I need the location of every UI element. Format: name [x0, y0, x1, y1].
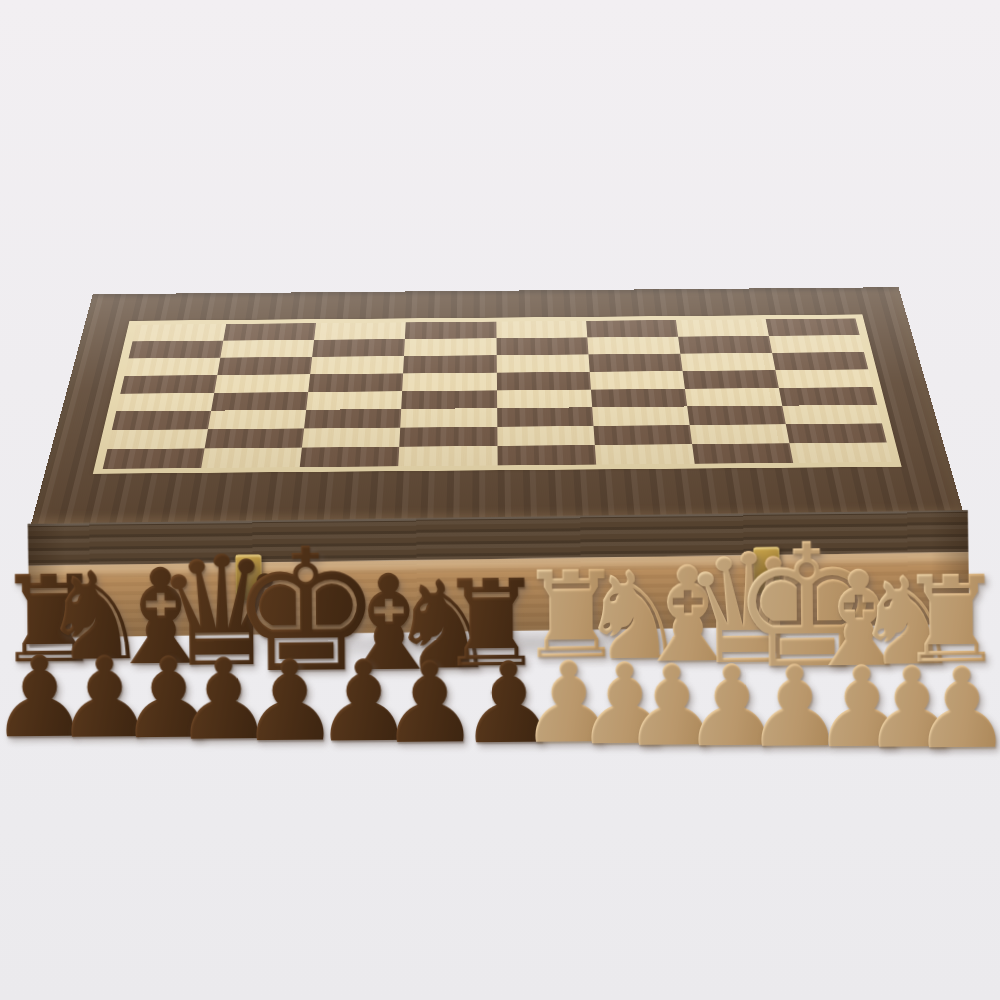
scene: ♜♞♝♛♚♝♞♜♜♞♝♛♚♝♞♜♟♟♟♟♟♟♟♟♟♟♟♟♟♟♟♟: [0, 0, 1000, 1000]
pieces-layer: ♜♞♝♛♚♝♞♜♜♞♝♛♚♝♞♜♟♟♟♟♟♟♟♟♟♟♟♟♟♟♟♟: [0, 0, 1000, 1000]
chess-piece-light-pawn: ♟: [911, 652, 1000, 765]
chess-set-product-photo: ♜♞♝♛♚♝♞♜♜♞♝♛♚♝♞♜♟♟♟♟♟♟♟♟♟♟♟♟♟♟♟♟: [0, 0, 1000, 1000]
